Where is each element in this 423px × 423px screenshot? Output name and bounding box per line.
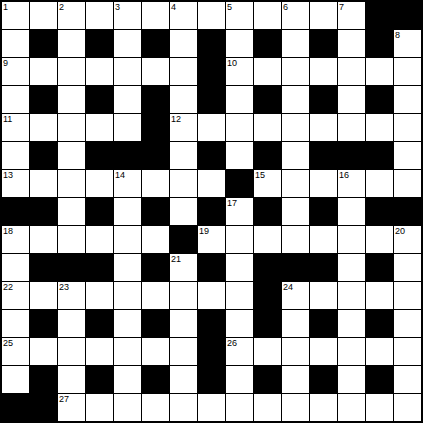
cell-r12c3[interactable] bbox=[58, 310, 85, 337]
cell-r6c9[interactable] bbox=[226, 142, 253, 169]
cell-r7c13[interactable]: 16 bbox=[338, 170, 365, 197]
black-cell-r1c14 bbox=[366, 2, 393, 29]
cell-r3c3[interactable] bbox=[58, 58, 85, 85]
cell-r1c9[interactable]: 5 bbox=[226, 2, 253, 29]
cell-r15c15[interactable] bbox=[394, 394, 421, 421]
cell-r7c10[interactable]: 15 bbox=[254, 170, 281, 197]
cell-r15c5[interactable] bbox=[114, 394, 141, 421]
cell-r11c1[interactable]: 22 bbox=[2, 282, 29, 309]
cell-r13c12[interactable] bbox=[310, 338, 337, 365]
cell-r2c13[interactable] bbox=[338, 30, 365, 57]
cell-r5c7[interactable]: 12 bbox=[170, 114, 197, 141]
cell-r5c9[interactable] bbox=[226, 114, 253, 141]
cell-r8c7[interactable] bbox=[170, 198, 197, 225]
cell-r2c9[interactable] bbox=[226, 30, 253, 57]
black-cell-r15c1 bbox=[2, 394, 29, 421]
black-cell-r2c6 bbox=[142, 30, 169, 57]
black-cell-r10c14 bbox=[366, 254, 393, 281]
cell-r11c5[interactable] bbox=[114, 282, 141, 309]
black-cell-r10c4 bbox=[86, 254, 113, 281]
cell-r9c9[interactable] bbox=[226, 226, 253, 253]
cell-r13c2[interactable] bbox=[30, 338, 57, 365]
clue-number-12: 12 bbox=[171, 114, 181, 124]
cell-r11c4[interactable] bbox=[86, 282, 113, 309]
black-cell-r9c7 bbox=[170, 226, 197, 253]
black-cell-r15c2 bbox=[30, 394, 57, 421]
cell-r4c15[interactable] bbox=[394, 86, 421, 113]
clue-number-26: 26 bbox=[227, 338, 237, 348]
cell-r1c5[interactable]: 3 bbox=[114, 2, 141, 29]
clue-number-6: 6 bbox=[283, 2, 288, 12]
cell-r12c5[interactable] bbox=[114, 310, 141, 337]
cell-r5c14[interactable] bbox=[366, 114, 393, 141]
cell-r15c11[interactable] bbox=[282, 394, 309, 421]
black-cell-r10c3 bbox=[58, 254, 85, 281]
cell-r9c2[interactable] bbox=[30, 226, 57, 253]
cell-r3c6[interactable] bbox=[142, 58, 169, 85]
cell-r7c11[interactable] bbox=[282, 170, 309, 197]
black-cell-r6c13 bbox=[338, 142, 365, 169]
black-cell-r11c10 bbox=[254, 282, 281, 309]
cell-r14c11[interactable] bbox=[282, 366, 309, 393]
cell-r11c3[interactable]: 23 bbox=[58, 282, 85, 309]
black-cell-r8c1 bbox=[2, 198, 29, 225]
cell-r12c15[interactable] bbox=[394, 310, 421, 337]
cell-r5c1[interactable]: 11 bbox=[2, 114, 29, 141]
cell-r9c4[interactable] bbox=[86, 226, 113, 253]
cell-r6c11[interactable] bbox=[282, 142, 309, 169]
black-cell-r6c12 bbox=[310, 142, 337, 169]
cell-r7c4[interactable] bbox=[86, 170, 113, 197]
cell-r11c8[interactable] bbox=[198, 282, 225, 309]
cell-r9c10[interactable] bbox=[254, 226, 281, 253]
cell-r7c1[interactable]: 13 bbox=[2, 170, 29, 197]
cell-r15c6[interactable] bbox=[142, 394, 169, 421]
cell-r3c7[interactable] bbox=[170, 58, 197, 85]
black-cell-r6c4 bbox=[86, 142, 113, 169]
cell-r6c1[interactable] bbox=[2, 142, 29, 169]
cell-r5c13[interactable] bbox=[338, 114, 365, 141]
clue-number-2: 2 bbox=[59, 2, 64, 12]
cell-r9c13[interactable] bbox=[338, 226, 365, 253]
cell-r4c1[interactable] bbox=[2, 86, 29, 113]
cell-r1c13[interactable]: 7 bbox=[338, 2, 365, 29]
cell-r11c11[interactable]: 24 bbox=[282, 282, 309, 309]
clue-number-25: 25 bbox=[3, 338, 13, 348]
cell-r10c9[interactable] bbox=[226, 254, 253, 281]
black-cell-r6c5 bbox=[114, 142, 141, 169]
cell-r6c7[interactable] bbox=[170, 142, 197, 169]
cell-r4c9[interactable] bbox=[226, 86, 253, 113]
black-cell-r1c15 bbox=[394, 2, 421, 29]
cell-r8c5[interactable] bbox=[114, 198, 141, 225]
clue-number-20: 20 bbox=[395, 226, 405, 236]
clue-number-27: 27 bbox=[59, 394, 69, 404]
cell-r12c9[interactable] bbox=[226, 310, 253, 337]
cell-r9c6[interactable] bbox=[142, 226, 169, 253]
black-cell-r2c14 bbox=[366, 30, 393, 57]
clue-number-3: 3 bbox=[115, 2, 120, 12]
cell-r12c11[interactable] bbox=[282, 310, 309, 337]
cell-r10c1[interactable] bbox=[2, 254, 29, 281]
clue-number-8: 8 bbox=[395, 30, 400, 40]
cell-r15c12[interactable] bbox=[310, 394, 337, 421]
black-cell-r8c12 bbox=[310, 198, 337, 225]
cell-r15c10[interactable] bbox=[254, 394, 281, 421]
cell-r12c7[interactable] bbox=[170, 310, 197, 337]
cell-r8c13[interactable] bbox=[338, 198, 365, 225]
cell-r3c9[interactable]: 10 bbox=[226, 58, 253, 85]
cell-r5c10[interactable] bbox=[254, 114, 281, 141]
cell-r13c7[interactable] bbox=[170, 338, 197, 365]
cell-r13c5[interactable] bbox=[114, 338, 141, 365]
clue-number-4: 4 bbox=[171, 2, 176, 12]
black-cell-r8c2 bbox=[30, 198, 57, 225]
cell-r1c11[interactable]: 6 bbox=[282, 2, 309, 29]
clue-number-16: 16 bbox=[339, 170, 349, 180]
clue-number-17: 17 bbox=[227, 198, 237, 208]
cell-r9c11[interactable] bbox=[282, 226, 309, 253]
cell-r9c3[interactable] bbox=[58, 226, 85, 253]
cell-r3c4[interactable] bbox=[86, 58, 113, 85]
cell-r5c15[interactable] bbox=[394, 114, 421, 141]
cell-r2c7[interactable] bbox=[170, 30, 197, 57]
cell-r10c7[interactable]: 21 bbox=[170, 254, 197, 281]
black-cell-r4c12 bbox=[310, 86, 337, 113]
cell-r15c9[interactable] bbox=[226, 394, 253, 421]
cell-r1c2[interactable] bbox=[30, 2, 57, 29]
clue-number-22: 22 bbox=[3, 282, 13, 292]
cell-r5c2[interactable] bbox=[30, 114, 57, 141]
black-cell-r14c2 bbox=[30, 366, 57, 393]
cell-r12c1[interactable] bbox=[2, 310, 29, 337]
cell-r2c15[interactable]: 8 bbox=[394, 30, 421, 57]
cell-r3c11[interactable] bbox=[282, 58, 309, 85]
cell-r3c14[interactable] bbox=[366, 58, 393, 85]
cell-r13c9[interactable]: 26 bbox=[226, 338, 253, 365]
cell-r7c5[interactable]: 14 bbox=[114, 170, 141, 197]
cell-r15c14[interactable] bbox=[366, 394, 393, 421]
cell-r9c15[interactable]: 20 bbox=[394, 226, 421, 253]
cell-r7c15[interactable] bbox=[394, 170, 421, 197]
cell-r5c5[interactable] bbox=[114, 114, 141, 141]
cell-r10c15[interactable] bbox=[394, 254, 421, 281]
cell-r1c7[interactable]: 4 bbox=[170, 2, 197, 29]
black-cell-r2c12 bbox=[310, 30, 337, 57]
cell-r3c13[interactable] bbox=[338, 58, 365, 85]
black-cell-r2c10 bbox=[254, 30, 281, 57]
black-cell-r2c8 bbox=[198, 30, 225, 57]
cell-r7c3[interactable] bbox=[58, 170, 85, 197]
black-cell-r12c10 bbox=[254, 310, 281, 337]
cell-r14c13[interactable] bbox=[338, 366, 365, 393]
cell-r2c1[interactable] bbox=[2, 30, 29, 57]
black-cell-r4c6 bbox=[142, 86, 169, 113]
cell-r13c11[interactable] bbox=[282, 338, 309, 365]
black-cell-r13c8 bbox=[198, 338, 225, 365]
cell-r11c15[interactable] bbox=[394, 282, 421, 309]
cell-r11c9[interactable] bbox=[226, 282, 253, 309]
cell-r1c10[interactable] bbox=[254, 2, 281, 29]
black-cell-r6c14 bbox=[366, 142, 393, 169]
black-cell-r8c4 bbox=[86, 198, 113, 225]
cell-r3c12[interactable] bbox=[310, 58, 337, 85]
clue-number-5: 5 bbox=[227, 2, 232, 12]
cell-r7c6[interactable] bbox=[142, 170, 169, 197]
cell-r13c14[interactable] bbox=[366, 338, 393, 365]
cell-r11c14[interactable] bbox=[366, 282, 393, 309]
cell-r1c4[interactable] bbox=[86, 2, 113, 29]
cell-r9c5[interactable] bbox=[114, 226, 141, 253]
cell-r7c12[interactable] bbox=[310, 170, 337, 197]
black-cell-r12c4 bbox=[86, 310, 113, 337]
black-cell-r4c4 bbox=[86, 86, 113, 113]
black-cell-r2c4 bbox=[86, 30, 113, 57]
cell-r2c11[interactable] bbox=[282, 30, 309, 57]
cell-r1c8[interactable] bbox=[198, 2, 225, 29]
cell-r8c11[interactable] bbox=[282, 198, 309, 225]
cell-r14c5[interactable] bbox=[114, 366, 141, 393]
cell-r13c15[interactable] bbox=[394, 338, 421, 365]
clue-number-18: 18 bbox=[3, 226, 13, 236]
cell-r13c4[interactable] bbox=[86, 338, 113, 365]
cell-r11c2[interactable] bbox=[30, 282, 57, 309]
black-cell-r6c2 bbox=[30, 142, 57, 169]
cell-r3c10[interactable] bbox=[254, 58, 281, 85]
black-cell-r6c8 bbox=[198, 142, 225, 169]
cell-r3c1[interactable]: 9 bbox=[2, 58, 29, 85]
cell-r6c3[interactable] bbox=[58, 142, 85, 169]
cell-r6c15[interactable] bbox=[394, 142, 421, 169]
cell-r7c8[interactable] bbox=[198, 170, 225, 197]
black-cell-r14c8 bbox=[198, 366, 225, 393]
clue-number-23: 23 bbox=[59, 282, 69, 292]
cell-r9c14[interactable] bbox=[366, 226, 393, 253]
cell-r15c13[interactable] bbox=[338, 394, 365, 421]
black-cell-r8c6 bbox=[142, 198, 169, 225]
cell-r9c1[interactable]: 18 bbox=[2, 226, 29, 253]
crossword-grid: 1234567891011121314151617181920212223242… bbox=[0, 0, 423, 423]
black-cell-r4c2 bbox=[30, 86, 57, 113]
cell-r1c12[interactable] bbox=[310, 2, 337, 29]
black-cell-r8c14 bbox=[366, 198, 393, 225]
cell-r7c7[interactable] bbox=[170, 170, 197, 197]
cell-r3c2[interactable] bbox=[30, 58, 57, 85]
black-cell-r5c6 bbox=[142, 114, 169, 141]
clue-number-1: 1 bbox=[3, 2, 8, 12]
black-cell-r12c14 bbox=[366, 310, 393, 337]
cell-r9c12[interactable] bbox=[310, 226, 337, 253]
cell-r13c13[interactable] bbox=[338, 338, 365, 365]
black-cell-r4c8 bbox=[198, 86, 225, 113]
cell-r13c3[interactable] bbox=[58, 338, 85, 365]
clue-number-9: 9 bbox=[3, 58, 8, 68]
cell-r11c7[interactable] bbox=[170, 282, 197, 309]
cell-r5c12[interactable] bbox=[310, 114, 337, 141]
clue-number-24: 24 bbox=[283, 282, 293, 292]
clue-number-13: 13 bbox=[3, 170, 13, 180]
clue-number-11: 11 bbox=[3, 114, 12, 124]
clue-number-7: 7 bbox=[339, 2, 344, 12]
black-cell-r12c2 bbox=[30, 310, 57, 337]
cell-r1c1[interactable]: 1 bbox=[2, 2, 29, 29]
cell-r4c3[interactable] bbox=[58, 86, 85, 113]
black-cell-r8c15 bbox=[394, 198, 421, 225]
cell-r2c3[interactable] bbox=[58, 30, 85, 57]
cell-r4c13[interactable] bbox=[338, 86, 365, 113]
cell-r7c2[interactable] bbox=[30, 170, 57, 197]
black-cell-r8c10 bbox=[254, 198, 281, 225]
black-cell-r8c8 bbox=[198, 198, 225, 225]
black-cell-r6c10 bbox=[254, 142, 281, 169]
cell-r15c4[interactable] bbox=[86, 394, 113, 421]
cell-r2c5[interactable] bbox=[114, 30, 141, 57]
cell-r5c4[interactable] bbox=[86, 114, 113, 141]
cell-r14c3[interactable] bbox=[58, 366, 85, 393]
cell-r4c7[interactable] bbox=[170, 86, 197, 113]
black-cell-r3c8 bbox=[198, 58, 225, 85]
cell-r10c13[interactable] bbox=[338, 254, 365, 281]
cell-r14c15[interactable] bbox=[394, 366, 421, 393]
cell-r11c12[interactable] bbox=[310, 282, 337, 309]
black-cell-r14c4 bbox=[86, 366, 113, 393]
cell-r15c7[interactable] bbox=[170, 394, 197, 421]
cell-r14c1[interactable] bbox=[2, 366, 29, 393]
black-cell-r10c6 bbox=[142, 254, 169, 281]
black-cell-r10c2 bbox=[30, 254, 57, 281]
cell-r15c3[interactable]: 27 bbox=[58, 394, 85, 421]
cell-r13c1[interactable]: 25 bbox=[2, 338, 29, 365]
black-cell-r12c8 bbox=[198, 310, 225, 337]
cell-r9c8[interactable]: 19 bbox=[198, 226, 225, 253]
cell-r14c9[interactable] bbox=[226, 366, 253, 393]
black-cell-r4c10 bbox=[254, 86, 281, 113]
black-cell-r10c10 bbox=[254, 254, 281, 281]
cell-r1c6[interactable] bbox=[142, 2, 169, 29]
clue-number-10: 10 bbox=[227, 58, 237, 68]
black-cell-r6c6 bbox=[142, 142, 169, 169]
cell-r3c5[interactable] bbox=[114, 58, 141, 85]
cell-r13c6[interactable] bbox=[142, 338, 169, 365]
cell-r12c13[interactable] bbox=[338, 310, 365, 337]
cell-r11c6[interactable] bbox=[142, 282, 169, 309]
black-cell-r2c2 bbox=[30, 30, 57, 57]
cell-r5c8[interactable] bbox=[198, 114, 225, 141]
clue-number-15: 15 bbox=[255, 170, 265, 180]
black-cell-r14c10 bbox=[254, 366, 281, 393]
clue-number-21: 21 bbox=[171, 254, 181, 264]
cell-r3c15[interactable] bbox=[394, 58, 421, 85]
cell-r8c9[interactable]: 17 bbox=[226, 198, 253, 225]
black-cell-r12c12 bbox=[310, 310, 337, 337]
black-cell-r10c11 bbox=[282, 254, 309, 281]
cell-r8c3[interactable] bbox=[58, 198, 85, 225]
cell-r1c3[interactable]: 2 bbox=[58, 2, 85, 29]
cell-r14c7[interactable] bbox=[170, 366, 197, 393]
cell-r13c10[interactable] bbox=[254, 338, 281, 365]
black-cell-r14c12 bbox=[310, 366, 337, 393]
clue-number-14: 14 bbox=[115, 170, 125, 180]
black-cell-r4c14 bbox=[366, 86, 393, 113]
cell-r11c13[interactable] bbox=[338, 282, 365, 309]
cell-r4c5[interactable] bbox=[114, 86, 141, 113]
black-cell-r14c14 bbox=[366, 366, 393, 393]
cell-r4c11[interactable] bbox=[282, 86, 309, 113]
cell-r7c14[interactable] bbox=[366, 170, 393, 197]
cell-r15c8[interactable] bbox=[198, 394, 225, 421]
black-cell-r10c12 bbox=[310, 254, 337, 281]
black-cell-r10c8 bbox=[198, 254, 225, 281]
cell-r10c5[interactable] bbox=[114, 254, 141, 281]
cell-r5c11[interactable] bbox=[282, 114, 309, 141]
black-cell-r14c6 bbox=[142, 366, 169, 393]
clue-number-19: 19 bbox=[199, 226, 209, 236]
cell-r5c3[interactable] bbox=[58, 114, 85, 141]
black-cell-r12c6 bbox=[142, 310, 169, 337]
black-cell-r7c9 bbox=[226, 170, 253, 197]
